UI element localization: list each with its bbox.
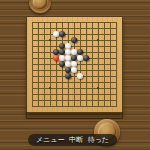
stone-black [65, 73, 71, 79]
stone-black [83, 55, 89, 61]
star-point [97, 87, 99, 89]
gomoku-app-screen: メニュー 中断 待った [0, 0, 150, 150]
board-intersection-grid[interactable] [29, 19, 119, 109]
star-point [49, 87, 51, 89]
undo-button[interactable]: 待った [88, 134, 109, 146]
stone-black [71, 37, 77, 43]
star-point [97, 39, 99, 41]
suspend-button[interactable]: 中断 [69, 134, 83, 146]
stone-black [59, 31, 65, 37]
stone-white [71, 67, 77, 73]
go-board[interactable] [26, 16, 123, 113]
board-front-edge [26, 112, 123, 119]
stone-bowl-top [29, 0, 51, 13]
bottom-toolbar: メニュー 中断 待った [28, 134, 117, 146]
star-point [49, 39, 51, 41]
stone-bowl-top-lid [33, 0, 47, 9]
menu-button[interactable]: メニュー [36, 134, 65, 146]
stone-white [77, 73, 83, 79]
